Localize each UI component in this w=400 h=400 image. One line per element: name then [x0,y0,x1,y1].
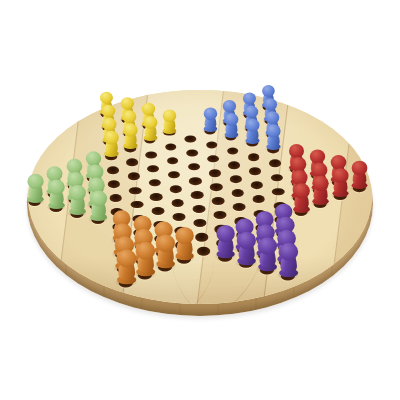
peg-yellow[interactable] [120,122,140,152]
peg-figure [45,179,67,212]
peg-yellow[interactable] [159,107,179,137]
board-hole[interactable] [233,203,246,211]
board-hole[interactable] [252,196,265,204]
peg-head [203,107,217,120]
board-hole[interactable] [171,199,184,207]
peg-head [26,174,42,189]
board-hole[interactable] [170,185,182,193]
peg-head [290,157,306,172]
peg-red[interactable] [349,162,369,192]
peg-head [257,237,276,255]
board-hole[interactable] [206,141,218,148]
peg-red[interactable] [330,170,350,200]
peg-blue[interactable] [242,117,262,147]
peg-head [293,183,310,199]
peg-blue[interactable] [221,111,241,141]
board-hole[interactable] [191,191,204,199]
board-hole[interactable] [230,175,242,183]
peg-blue[interactable] [263,123,283,153]
board-hole[interactable] [167,157,179,164]
peg-figure [329,168,350,200]
peg-figure [349,161,370,193]
board-hole[interactable] [195,233,209,241]
peg-purple[interactable] [236,238,256,268]
board-hole[interactable] [107,167,119,174]
board-hole[interactable] [207,155,219,162]
board-hole[interactable] [149,179,161,187]
peg-yellow[interactable] [101,130,121,160]
board-hole[interactable] [209,169,221,177]
peg-head [224,113,238,126]
board-hole[interactable] [109,195,122,203]
board-hole[interactable] [269,160,281,167]
peg-green[interactable] [25,176,45,206]
board-hole[interactable] [168,171,180,179]
peg-purple[interactable] [278,250,298,280]
board-hole[interactable] [248,154,260,161]
peg-head [245,119,259,132]
board-hole[interactable] [192,205,205,213]
peg-figure [275,243,300,281]
peg-head [116,249,135,267]
peg-figure [113,249,139,288]
peg-figure [264,125,283,154]
peg-figure [201,107,219,134]
peg-figure [87,191,110,225]
board-hole[interactable] [126,159,138,166]
board-hole[interactable] [213,211,226,219]
peg-head [310,149,325,163]
board-hole[interactable] [185,135,196,142]
peg-purple[interactable] [257,244,277,274]
peg-head [289,144,304,158]
peg-blue[interactable] [200,105,220,135]
board-hole[interactable] [108,181,120,189]
board-hole[interactable] [165,143,177,150]
board-hole[interactable] [210,183,222,191]
peg-head [47,179,64,194]
peg-head [89,191,106,207]
board-hole[interactable] [129,187,142,195]
peg-head [278,243,297,261]
peg-figure [222,113,240,141]
board-hole[interactable] [147,165,159,172]
chinese-checkers-board [0,0,400,400]
board-hole[interactable] [231,189,244,197]
board-hole[interactable] [150,193,163,201]
board-hole[interactable] [189,177,201,185]
peg-head [163,109,177,122]
peg-orange[interactable] [116,257,136,287]
board-hole[interactable] [212,197,225,205]
peg-head [155,234,174,252]
peg-head [236,231,255,248]
board-hole[interactable] [197,247,211,256]
board-hole[interactable] [131,201,144,209]
peg-head [175,227,193,244]
board-hole[interactable] [152,207,165,215]
peg-figure [310,176,332,209]
peg-head [102,118,116,131]
peg-green[interactable] [88,194,108,224]
board-hole[interactable] [270,174,282,182]
board-hole[interactable] [188,163,200,170]
peg-green[interactable] [67,188,87,218]
peg-head [68,185,85,201]
peg-head [332,168,348,183]
peg-figure [66,185,88,218]
board-hole[interactable] [272,188,285,196]
peg-figure [121,124,140,152]
board-hole[interactable] [186,149,198,156]
peg-green[interactable] [46,182,66,212]
peg-red[interactable] [310,178,330,208]
board-hole[interactable] [173,213,186,221]
board-hole[interactable] [228,161,240,168]
board-hole[interactable] [249,168,261,176]
peg-figure [243,119,262,147]
peg-purple[interactable] [215,231,235,261]
peg-head [312,176,328,191]
peg-head [352,161,368,176]
board-hole[interactable] [146,151,158,158]
peg-figure [141,116,160,144]
peg-figure [24,174,46,207]
board-hole[interactable] [128,173,140,181]
peg-figure [101,131,120,160]
peg-head [104,131,119,145]
peg-figure [160,109,178,136]
board-hole[interactable] [227,148,239,155]
board-hole[interactable] [251,182,263,190]
product-photo-scene [0,0,400,400]
peg-yellow[interactable] [140,114,160,144]
